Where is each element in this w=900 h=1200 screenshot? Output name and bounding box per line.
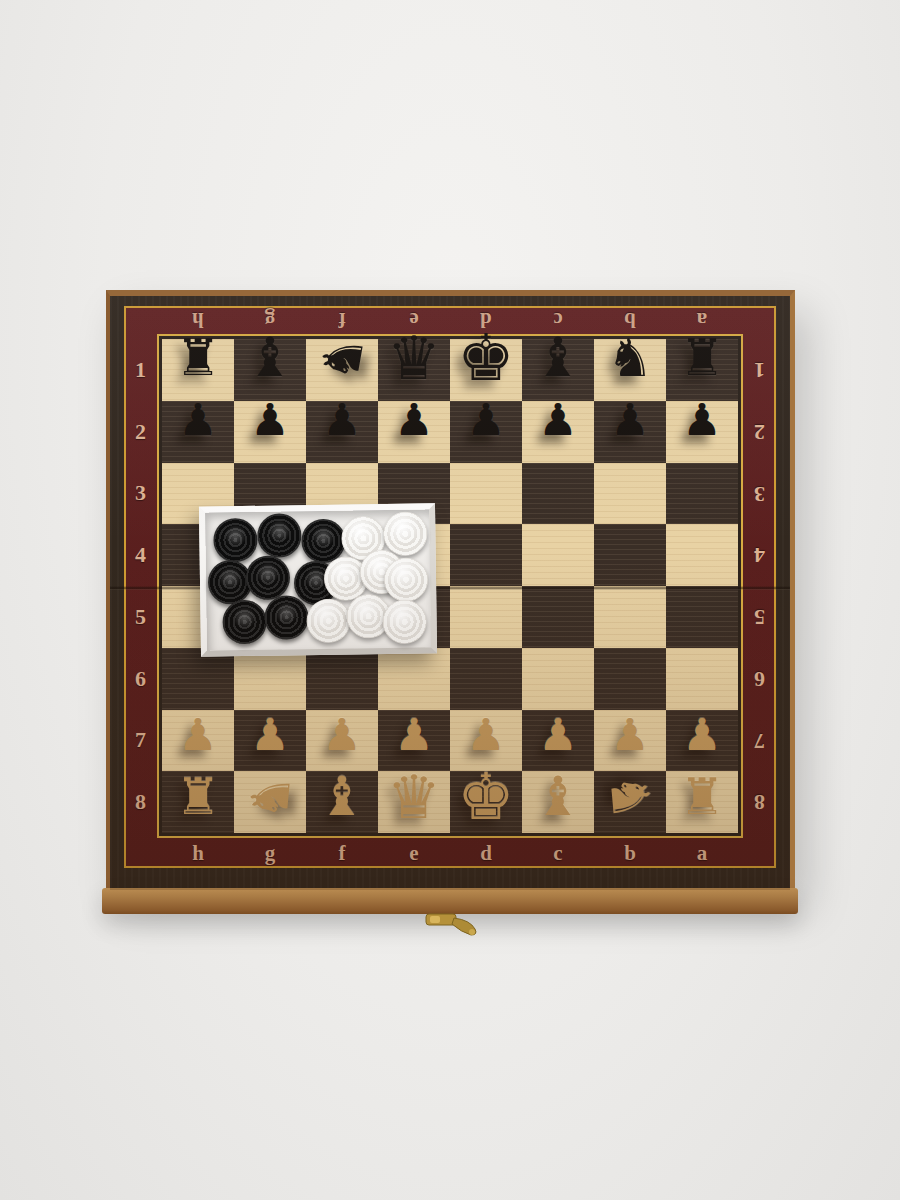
rank-label-right-4: 4 — [743, 524, 776, 586]
pawn-glyph: ♟ — [178, 398, 217, 442]
wood-bishop-c8: ♝ — [522, 771, 594, 833]
rook-glyph: ♜ — [680, 333, 725, 383]
pawn-glyph: ♟ — [466, 398, 505, 442]
pawn-glyph: ♟ — [394, 398, 433, 442]
black-bishop-c1: ♝ — [522, 339, 594, 401]
pawn-glyph: ♟ — [538, 713, 577, 757]
file-label-bottom-b: b — [594, 838, 666, 868]
bishop-glyph: ♝ — [246, 331, 294, 385]
chess-board: 12345678 12345678 hgfedcba hgfedcba ♜♝♞♛… — [106, 290, 795, 890]
wood-pawn-h7: ♟ — [162, 710, 234, 772]
black-queen-e1: ♛ — [378, 339, 450, 401]
queen-glyph: ♛ — [387, 767, 441, 827]
black-pawn-f2: ♟ — [306, 401, 378, 463]
pawn-glyph: ♟ — [682, 713, 721, 757]
rank-label-right-5: 5 — [743, 586, 776, 648]
pawn-glyph: ♟ — [394, 713, 433, 757]
rank-label-right-3: 3 — [743, 463, 776, 525]
file-label-bottom-d: d — [450, 838, 522, 868]
black-pawn-g2: ♟ — [234, 401, 306, 463]
king-glyph: ♚ — [457, 765, 514, 829]
file-label-bottom-a: a — [666, 838, 738, 868]
bishop-glyph: ♝ — [534, 331, 582, 385]
black-bishop-g1: ♝ — [234, 339, 306, 401]
pawn-glyph: ♟ — [610, 398, 649, 442]
file-label-bottom-e: e — [378, 838, 450, 868]
file-labels-bottom: hgfedcba — [162, 838, 738, 868]
rank-label-left-1: 1 — [124, 339, 157, 401]
wood-king-d8: ♚ — [450, 771, 522, 833]
wood-rook-a8: ♜ — [666, 771, 738, 833]
pawn-glyph: ♟ — [682, 398, 721, 442]
wood-pawn-g7: ♟ — [234, 710, 306, 772]
pawn-glyph: ♟ — [250, 713, 289, 757]
black-pawn-h2: ♟ — [162, 401, 234, 463]
black-pawn-b2: ♟ — [594, 401, 666, 463]
wood-rook-h8: ♜ — [162, 771, 234, 833]
black-pawn-c2: ♟ — [522, 401, 594, 463]
bishop-glyph: ♝ — [318, 770, 366, 824]
black-rook-a1: ♜ — [666, 339, 738, 401]
rook-glyph: ♜ — [680, 772, 725, 822]
black-checker-2 — [257, 513, 302, 558]
king-glyph: ♚ — [457, 326, 514, 390]
rank-label-left-6: 6 — [124, 648, 157, 710]
pawn-glyph: ♟ — [250, 398, 289, 442]
wood-pawn-c7: ♟ — [522, 710, 594, 772]
knight-glyph: ♞ — [602, 772, 658, 823]
black-checker-1 — [213, 518, 258, 563]
black-pawn-a2: ♟ — [666, 401, 738, 463]
black-checker-8 — [264, 595, 309, 640]
rook-glyph: ♜ — [176, 772, 221, 822]
wood-knight-b8: ♞ — [594, 771, 666, 833]
wood-pawn-f7: ♟ — [306, 710, 378, 772]
wood-bishop-f8: ♝ — [306, 771, 378, 833]
brass-latch-icon — [408, 910, 492, 944]
queen-glyph: ♛ — [387, 328, 441, 388]
file-label-bottom-c: c — [522, 838, 594, 868]
rank-label-left-7: 7 — [124, 710, 157, 772]
rank-label-right-7: 7 — [743, 710, 776, 772]
file-label-bottom-f: f — [306, 838, 378, 868]
rook-glyph: ♜ — [176, 333, 221, 383]
white-checker-6 — [306, 599, 351, 644]
black-king-d1: ♚ — [450, 339, 522, 401]
rank-label-right-1: 1 — [743, 339, 776, 401]
wood-pawn-b7: ♟ — [594, 710, 666, 772]
photo-scene: 12345678 12345678 hgfedcba hgfedcba ♜♝♞♛… — [0, 0, 900, 1200]
rank-label-left-8: 8 — [124, 771, 157, 833]
rank-label-left-3: 3 — [124, 463, 157, 525]
bishop-glyph: ♝ — [534, 770, 582, 824]
wood-queen-e8: ♛ — [378, 771, 450, 833]
knight-glyph: ♞ — [242, 772, 298, 823]
black-checker-7 — [222, 600, 267, 645]
rank-label-right-6: 6 — [743, 648, 776, 710]
pawn-glyph: ♟ — [322, 398, 361, 442]
wood-pawn-a7: ♟ — [666, 710, 738, 772]
pawn-glyph: ♟ — [178, 713, 217, 757]
black-rook-h1: ♜ — [162, 339, 234, 401]
black-pawn-e2: ♟ — [378, 401, 450, 463]
pawn-glyph: ♟ — [610, 713, 649, 757]
rank-label-left-4: 4 — [124, 524, 157, 586]
pawn-glyph: ♟ — [322, 713, 361, 757]
white-checker-8 — [382, 599, 427, 644]
pawn-glyph: ♟ — [466, 713, 505, 757]
black-checker-5 — [246, 555, 291, 600]
rank-label-right-2: 2 — [743, 401, 776, 463]
rank-label-left-5: 5 — [124, 586, 157, 648]
white-checker-2 — [383, 511, 428, 556]
pawn-glyph: ♟ — [538, 398, 577, 442]
rank-label-left-2: 2 — [124, 401, 157, 463]
knight-glyph: ♞ — [312, 330, 371, 385]
file-label-bottom-g: g — [234, 838, 306, 868]
black-knight-f1: ♞ — [306, 339, 378, 401]
checkers-tray — [199, 503, 437, 656]
black-knight-b1: ♞ — [594, 339, 666, 401]
wood-knight-g8: ♞ — [234, 771, 306, 833]
white-checker-5 — [384, 557, 429, 602]
file-label-bottom-h: h — [162, 838, 234, 868]
knight-glyph: ♞ — [607, 332, 654, 384]
black-pawn-d2: ♟ — [450, 401, 522, 463]
rank-label-right-8: 8 — [743, 771, 776, 833]
